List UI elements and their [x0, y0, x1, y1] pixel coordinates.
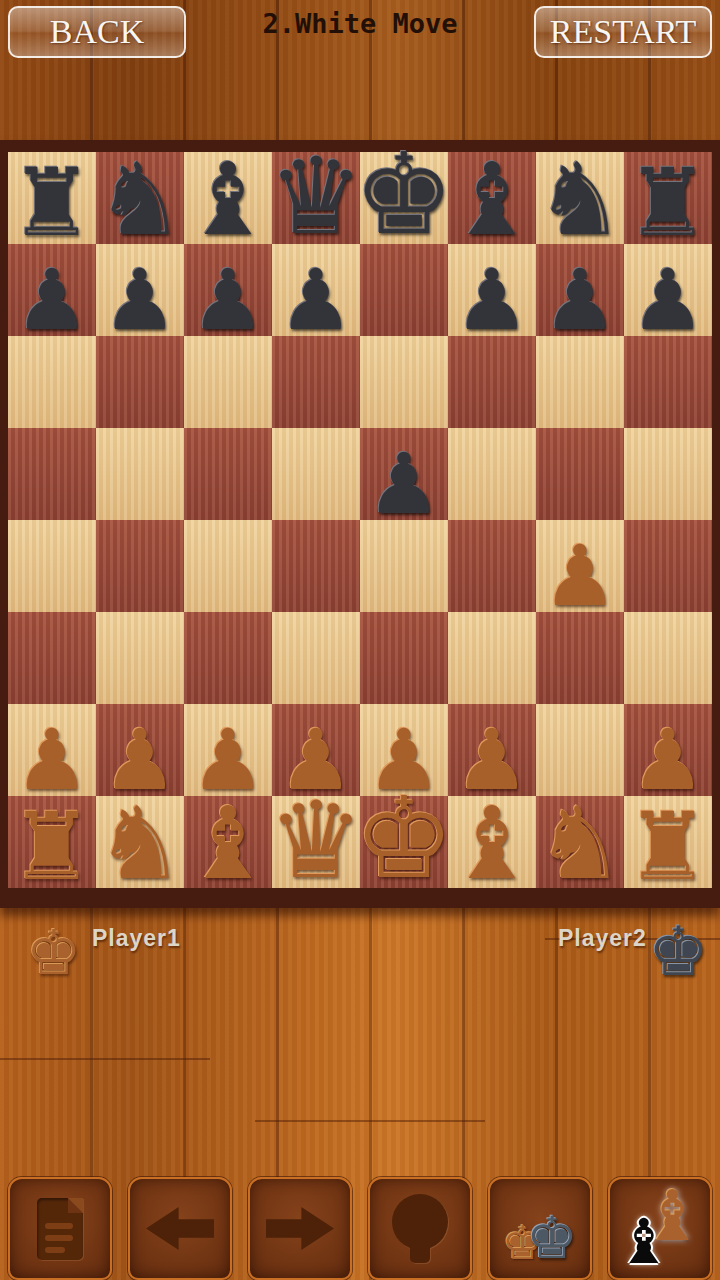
- black-pawn-a7[interactable]: ♟: [14, 258, 89, 342]
- player1-label: Player1: [92, 925, 181, 952]
- white-pawn-g4[interactable]: ♟: [542, 534, 617, 618]
- black-pawn-b7[interactable]: ♟: [102, 258, 177, 342]
- square-a6[interactable]: [8, 336, 96, 428]
- square-f6[interactable]: [448, 336, 536, 428]
- bulb-icon: [392, 1194, 448, 1263]
- square-c2[interactable]: ♟: [184, 704, 272, 796]
- white-pawn-a2[interactable]: ♟: [14, 718, 89, 802]
- white-knight-b1[interactable]: ♞: [95, 794, 185, 894]
- square-a7[interactable]: ♟: [8, 244, 96, 336]
- square-h2[interactable]: ♟: [624, 704, 712, 796]
- black-knight-b8[interactable]: ♞: [95, 150, 185, 250]
- redo-move-button[interactable]: [248, 1177, 352, 1280]
- player2-label: Player2: [558, 925, 647, 952]
- square-f7[interactable]: ♟: [448, 244, 536, 336]
- two-kings-icon: ♚♚: [490, 1179, 590, 1278]
- square-d3[interactable]: [272, 612, 360, 704]
- square-e4[interactable]: [360, 520, 448, 612]
- square-a2[interactable]: ♟: [8, 704, 96, 796]
- white-queen-d1[interactable]: ♛: [268, 788, 363, 894]
- square-a3[interactable]: [8, 612, 96, 704]
- document-lines-icon: [37, 1198, 83, 1260]
- white-bishop-c1[interactable]: ♝: [183, 794, 273, 894]
- black-pawn-h7[interactable]: ♟: [630, 258, 705, 342]
- app-screen: BACK 2.White Move RESTART ♜♞♝♛♚♝♞♜♟♟♟♟♟♟…: [0, 0, 720, 1280]
- arrow-right-icon: [266, 1202, 334, 1256]
- square-h7[interactable]: ♟: [624, 244, 712, 336]
- square-b4[interactable]: [96, 520, 184, 612]
- square-f4[interactable]: [448, 520, 536, 612]
- piece-select-button[interactable]: ♝♝: [608, 1177, 712, 1280]
- square-d5[interactable]: [272, 428, 360, 520]
- square-a5[interactable]: [8, 428, 96, 520]
- square-g1[interactable]: ♞: [536, 796, 624, 888]
- square-f5[interactable]: [448, 428, 536, 520]
- black-pawn-g7[interactable]: ♟: [542, 258, 617, 342]
- square-d6[interactable]: [272, 336, 360, 428]
- square-b7[interactable]: ♟: [96, 244, 184, 336]
- black-pawn-f7[interactable]: ♟: [454, 258, 529, 342]
- square-h1[interactable]: ♜: [624, 796, 712, 888]
- square-h6[interactable]: [624, 336, 712, 428]
- square-g2[interactable]: [536, 704, 624, 796]
- square-e3[interactable]: [360, 612, 448, 704]
- square-h5[interactable]: [624, 428, 712, 520]
- square-d7[interactable]: ♟: [272, 244, 360, 336]
- square-c3[interactable]: [184, 612, 272, 704]
- square-d1[interactable]: ♛: [272, 796, 360, 888]
- square-b3[interactable]: [96, 612, 184, 704]
- square-e7[interactable]: [360, 244, 448, 336]
- square-b6[interactable]: [96, 336, 184, 428]
- black-pawn-c7[interactable]: ♟: [190, 258, 265, 342]
- black-pawn-d7[interactable]: ♟: [278, 258, 353, 342]
- square-b2[interactable]: ♟: [96, 704, 184, 796]
- square-b1[interactable]: ♞: [96, 796, 184, 888]
- square-f1[interactable]: ♝: [448, 796, 536, 888]
- two-players-button[interactable]: ♚♚: [488, 1177, 592, 1280]
- square-b8[interactable]: ♞: [96, 152, 184, 244]
- square-h8[interactable]: ♜: [624, 152, 712, 244]
- square-c4[interactable]: [184, 520, 272, 612]
- square-e8[interactable]: ♚: [360, 152, 448, 244]
- square-c7[interactable]: ♟: [184, 244, 272, 336]
- square-b5[interactable]: [96, 428, 184, 520]
- restart-button[interactable]: RESTART: [534, 6, 712, 58]
- white-pawn-h2[interactable]: ♟: [630, 718, 705, 802]
- black-rook-h8[interactable]: ♜: [626, 156, 710, 250]
- square-h4[interactable]: [624, 520, 712, 612]
- hint-button[interactable]: [368, 1177, 472, 1280]
- undo-move-button[interactable]: [128, 1177, 232, 1280]
- square-g5[interactable]: [536, 428, 624, 520]
- move-list-button[interactable]: [8, 1177, 112, 1280]
- square-f2[interactable]: ♟: [448, 704, 536, 796]
- square-g3[interactable]: [536, 612, 624, 704]
- square-a1[interactable]: ♜: [8, 796, 96, 888]
- square-a8[interactable]: ♜: [8, 152, 96, 244]
- square-a4[interactable]: [8, 520, 96, 612]
- square-d4[interactable]: [272, 520, 360, 612]
- square-f3[interactable]: [448, 612, 536, 704]
- black-pawn-e5[interactable]: ♟: [366, 442, 441, 526]
- black-rook-a8[interactable]: ♜: [10, 156, 94, 250]
- black-queen-d8[interactable]: ♛: [268, 144, 363, 250]
- square-g6[interactable]: [536, 336, 624, 428]
- white-bishop-f1[interactable]: ♝: [447, 794, 537, 894]
- black-bishop-c8[interactable]: ♝: [183, 150, 273, 250]
- square-f8[interactable]: ♝: [448, 152, 536, 244]
- bishop-badge-icon: ♝♝: [610, 1179, 710, 1278]
- square-d8[interactable]: ♛: [272, 152, 360, 244]
- white-rook-h1[interactable]: ♜: [626, 800, 710, 894]
- square-e5[interactable]: ♟: [360, 428, 448, 520]
- square-c6[interactable]: [184, 336, 272, 428]
- square-e6[interactable]: [360, 336, 448, 428]
- black-bishop-f8[interactable]: ♝: [447, 150, 537, 250]
- white-knight-g1[interactable]: ♞: [535, 794, 625, 894]
- square-g8[interactable]: ♞: [536, 152, 624, 244]
- black-king-icon: ♚: [648, 918, 709, 986]
- square-g7[interactable]: ♟: [536, 244, 624, 336]
- white-rook-a1[interactable]: ♜: [10, 800, 94, 894]
- white-king-icon: ♚: [26, 922, 82, 984]
- floor-seam: [255, 1120, 485, 1122]
- white-king-e1[interactable]: ♚: [354, 782, 454, 894]
- square-c1[interactable]: ♝: [184, 796, 272, 888]
- floor-seam: [0, 1058, 210, 1060]
- arrow-left-icon: [146, 1202, 214, 1256]
- square-c5[interactable]: [184, 428, 272, 520]
- square-g4[interactable]: ♟: [536, 520, 624, 612]
- black-knight-g8[interactable]: ♞: [535, 150, 625, 250]
- black-king-e8[interactable]: ♚: [354, 138, 454, 250]
- square-h3[interactable]: [624, 612, 712, 704]
- chess-board-frame: ♜♞♝♛♚♝♞♜♟♟♟♟♟♟♟♟♟♟♟♟♟♟♟♟♜♞♝♛♚♝♞♜: [0, 140, 720, 908]
- board-grid: ♜♞♝♛♚♝♞♜♟♟♟♟♟♟♟♟♟♟♟♟♟♟♟♟♜♞♝♛♚♝♞♜: [8, 152, 712, 888]
- square-c8[interactable]: ♝: [184, 152, 272, 244]
- square-e1[interactable]: ♚: [360, 796, 448, 888]
